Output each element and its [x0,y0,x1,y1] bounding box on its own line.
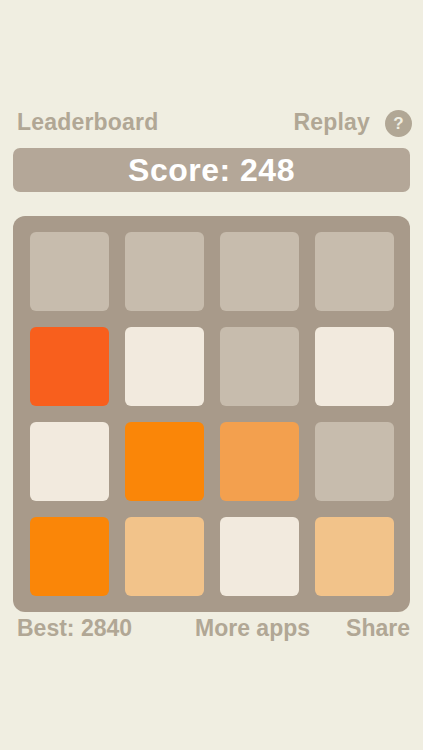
tile-r2c1-orange-red [30,327,109,406]
tile-r4c2-peach [125,517,204,596]
score-display: Score: 248 [13,148,410,192]
tile-r4c4-peach [315,517,394,596]
tile-r2c4-cream [315,327,394,406]
cell-r1c1 [30,232,109,311]
share-button[interactable]: Share [346,615,410,642]
leaderboard-button[interactable]: Leaderboard [17,109,159,136]
cell-r1c4 [315,232,394,311]
help-icon[interactable]: ? [385,110,412,137]
cell-r3c4 [315,422,394,501]
best-score-label: Best: 2840 [17,615,132,642]
cell-r1c2 [125,232,204,311]
tile-r3c2-orange [125,422,204,501]
cell-r1c3 [220,232,299,311]
tile-r4c1-orange [30,517,109,596]
tile-r4c3-cream [220,517,299,596]
tile-r3c1-cream [30,422,109,501]
tile-r3c3-light-orange [220,422,299,501]
tile-r2c2-cream [125,327,204,406]
more-apps-button[interactable]: More apps [195,615,310,642]
board[interactable] [13,216,410,612]
cell-r2c3 [220,327,299,406]
replay-button[interactable]: Replay [293,109,370,136]
